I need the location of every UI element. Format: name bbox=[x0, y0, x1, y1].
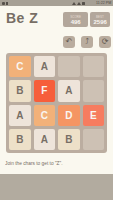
best-badge: BEST 2596 bbox=[90, 12, 110, 27]
empty-cell bbox=[58, 56, 80, 77]
wifi-icon bbox=[72, 2, 76, 5]
score-badge: SCORE 496 bbox=[63, 12, 88, 27]
tile-F: F bbox=[34, 80, 56, 101]
share-button[interactable]: ⤴ bbox=[81, 36, 93, 48]
tile-C: C bbox=[9, 56, 31, 77]
tile-B: B bbox=[9, 80, 31, 101]
best-label: BEST bbox=[96, 16, 104, 18]
score-value: 496 bbox=[71, 19, 81, 26]
score-badges: SCORE 496 BEST 2596 bbox=[63, 12, 110, 27]
best-value: 2596 bbox=[93, 19, 106, 26]
tile-A: A bbox=[34, 56, 56, 77]
undo-button[interactable]: ↶ bbox=[63, 36, 75, 48]
status-bar: 11:22 PM bbox=[0, 0, 113, 6]
tile-E: E bbox=[83, 105, 105, 126]
signal-icon bbox=[77, 2, 81, 5]
ad-banner bbox=[0, 174, 113, 200]
undo-icon: ↶ bbox=[66, 38, 73, 46]
notification-icon bbox=[6, 2, 8, 5]
tile-A: A bbox=[9, 105, 31, 126]
empty-cell bbox=[83, 56, 105, 77]
tile-C: C bbox=[34, 105, 56, 126]
tile-A: A bbox=[58, 80, 80, 101]
empty-cell bbox=[83, 80, 105, 101]
score-label: SCORE bbox=[70, 16, 81, 18]
toolbar: ↶ ⤴ ⟳ bbox=[63, 36, 111, 48]
tile-D: D bbox=[58, 105, 80, 126]
restart-button[interactable]: ⟳ bbox=[99, 36, 111, 48]
status-time: 11:22 PM bbox=[96, 1, 111, 5]
share-icon: ⤴ bbox=[85, 38, 89, 46]
instruction-text: Join the chars to get to "Z". bbox=[5, 161, 113, 166]
board[interactable]: CABFAACDEBAB bbox=[6, 53, 107, 153]
app-title: Be Z bbox=[6, 10, 38, 26]
notification-icon bbox=[2, 2, 5, 5]
battery-icon bbox=[82, 2, 85, 5]
tile-A: A bbox=[34, 129, 56, 150]
empty-cell bbox=[83, 129, 105, 150]
restart-icon: ⟳ bbox=[102, 38, 109, 46]
tile-B: B bbox=[58, 129, 80, 150]
tile-B: B bbox=[9, 129, 31, 150]
app-screen: 11:22 PM Be Z SCORE 496 BEST 2596 ↶ ⤴ ⟳ … bbox=[0, 0, 113, 200]
